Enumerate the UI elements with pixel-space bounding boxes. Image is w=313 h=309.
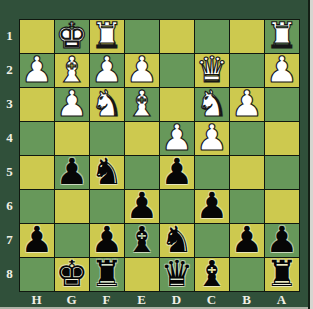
square-b7[interactable]: ♟: [230, 224, 264, 257]
square-b3[interactable]: ♟: [230, 88, 264, 121]
chess-board-window: 12345678 ♚♜♜♟♝♟♟♛♟♟♞♝♞♟♟♟♟♞♟♟♟♟♟♝♞♟♟♚♜♛♝…: [0, 0, 313, 309]
white-pawn-piece[interactable]: ♟: [266, 53, 298, 86]
black-rook-piece[interactable]: ♜: [266, 257, 298, 290]
black-king-piece[interactable]: ♚: [56, 257, 88, 290]
square-f3[interactable]: ♞: [90, 88, 124, 121]
rank-label-5: 5: [0, 155, 19, 189]
square-h8[interactable]: [20, 258, 54, 291]
square-h2[interactable]: ♟: [20, 54, 54, 87]
file-label-c: C: [194, 291, 229, 308]
black-pawn-piece[interactable]: ♟: [56, 155, 88, 188]
black-queen-piece[interactable]: ♛: [161, 257, 193, 290]
black-pawn-piece[interactable]: ♟: [21, 223, 53, 256]
square-f5[interactable]: ♞: [90, 156, 124, 189]
square-g8[interactable]: ♚: [55, 258, 89, 291]
rank-label-8: 8: [0, 257, 19, 291]
square-c4[interactable]: ♟: [195, 122, 229, 155]
square-h4[interactable]: [20, 122, 54, 155]
square-g6[interactable]: [55, 190, 89, 223]
black-bishop-piece[interactable]: ♝: [196, 257, 228, 290]
window-right-edge: [310, 0, 313, 309]
square-a2[interactable]: ♟: [265, 54, 299, 87]
rank-label-2: 2: [0, 53, 19, 87]
rank-label-3: 3: [0, 87, 19, 121]
square-g5[interactable]: ♟: [55, 156, 89, 189]
white-queen-piece[interactable]: ♛: [196, 53, 228, 86]
square-a8[interactable]: ♜: [265, 258, 299, 291]
rank-label-6: 6: [0, 189, 19, 223]
square-c6[interactable]: ♟: [195, 190, 229, 223]
square-e8[interactable]: [125, 258, 159, 291]
square-a5[interactable]: [265, 156, 299, 189]
white-pawn-piece[interactable]: ♟: [196, 121, 228, 154]
square-b8[interactable]: [230, 258, 264, 291]
file-label-d: D: [159, 291, 194, 308]
file-label-a: A: [264, 291, 299, 308]
black-bishop-piece[interactable]: ♝: [126, 223, 158, 256]
black-pawn-piece[interactable]: ♟: [266, 223, 298, 256]
black-pawn-piece[interactable]: ♟: [196, 189, 228, 222]
square-c8[interactable]: ♝: [195, 258, 229, 291]
rank-labels: 12345678: [0, 19, 19, 291]
square-h5[interactable]: [20, 156, 54, 189]
square-h7[interactable]: ♟: [20, 224, 54, 257]
file-label-f: F: [89, 291, 124, 308]
square-a3[interactable]: [265, 88, 299, 121]
square-f8[interactable]: ♜: [90, 258, 124, 291]
white-pawn-piece[interactable]: ♟: [21, 53, 53, 86]
file-label-e: E: [124, 291, 159, 308]
square-b1[interactable]: [230, 20, 264, 53]
white-rook-piece[interactable]: ♜: [266, 19, 298, 52]
black-pawn-piece[interactable]: ♟: [231, 223, 263, 256]
rank-label-7: 7: [0, 223, 19, 257]
file-label-g: G: [54, 291, 89, 308]
white-knight-piece[interactable]: ♞: [196, 87, 228, 120]
file-label-b: B: [229, 291, 264, 308]
white-rook-piece[interactable]: ♜: [91, 19, 123, 52]
square-d1[interactable]: [160, 20, 194, 53]
black-pawn-piece[interactable]: ♟: [126, 189, 158, 222]
white-pawn-piece[interactable]: ♟: [161, 121, 193, 154]
white-bishop-piece[interactable]: ♝: [126, 87, 158, 120]
file-label-h: H: [19, 291, 54, 308]
square-d5[interactable]: ♟: [160, 156, 194, 189]
square-b5[interactable]: [230, 156, 264, 189]
square-b4[interactable]: [230, 122, 264, 155]
square-d8[interactable]: ♛: [160, 258, 194, 291]
rank-label-1: 1: [0, 19, 19, 53]
square-d2[interactable]: [160, 54, 194, 87]
rank-label-4: 4: [0, 121, 19, 155]
square-e7[interactable]: ♝: [125, 224, 159, 257]
black-pawn-piece[interactable]: ♟: [91, 223, 123, 256]
black-pawn-piece[interactable]: ♟: [161, 155, 193, 188]
white-king-piece[interactable]: ♚: [56, 19, 88, 52]
black-knight-piece[interactable]: ♞: [161, 223, 193, 256]
board-grid: ♚♜♜♟♝♟♟♛♟♟♞♝♞♟♟♟♟♞♟♟♟♟♟♝♞♟♟♚♜♛♝♜: [19, 19, 300, 292]
black-knight-piece[interactable]: ♞: [91, 155, 123, 188]
white-pawn-piece[interactable]: ♟: [56, 87, 88, 120]
white-bishop-piece[interactable]: ♝: [56, 53, 88, 86]
file-labels: HGFEDCBA: [19, 291, 300, 308]
square-e4[interactable]: [125, 122, 159, 155]
white-knight-piece[interactable]: ♞: [91, 87, 123, 120]
square-a4[interactable]: [265, 122, 299, 155]
white-pawn-piece[interactable]: ♟: [231, 87, 263, 120]
white-pawn-piece[interactable]: ♟: [91, 53, 123, 86]
black-rook-piece[interactable]: ♜: [91, 257, 123, 290]
white-pawn-piece[interactable]: ♟: [126, 53, 158, 86]
square-g3[interactable]: ♟: [55, 88, 89, 121]
square-h3[interactable]: [20, 88, 54, 121]
square-e3[interactable]: ♝: [125, 88, 159, 121]
